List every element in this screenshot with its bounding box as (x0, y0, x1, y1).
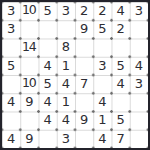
grid-cell-empty[interactable] (20, 112, 38, 130)
grid-cell-clue: 2 (75, 2, 93, 20)
puzzle-board: 3105322433952148541354105474349414449154… (0, 0, 150, 150)
grid-cell-clue: 4 (57, 75, 75, 93)
grid-cell-empty[interactable] (2, 112, 20, 130)
grid-cell-clue: 4 (112, 2, 130, 20)
grid-cell-empty[interactable] (57, 20, 75, 38)
grid-cell-clue: 4 (39, 93, 57, 111)
grid-cell-clue: 4 (93, 93, 111, 111)
grid-cell-clue: 4 (130, 57, 148, 75)
grid-cell-clue: 1 (93, 112, 111, 130)
grid-cell-clue: 14 (20, 39, 38, 57)
grid-cell-clue: 3 (2, 20, 20, 38)
grid-cell-clue: 3 (57, 130, 75, 148)
grid-cell-clue: 4 (39, 57, 57, 75)
grid-cell-clue: 5 (39, 75, 57, 93)
grid-cell-clue: 9 (75, 112, 93, 130)
grid-cell-clue: 2 (112, 20, 130, 38)
grid-cell-empty[interactable] (75, 57, 93, 75)
grid-cell-empty[interactable] (2, 39, 20, 57)
grid-cell-clue: 4 (57, 112, 75, 130)
grid-cell-empty[interactable] (130, 112, 148, 130)
grid-cell-clue: 4 (39, 112, 57, 130)
grid-cell-clue: 7 (112, 130, 130, 148)
grid-cell-empty[interactable] (2, 75, 20, 93)
grid-cell-clue: 5 (112, 112, 130, 130)
grid-cell-clue: 4 (93, 130, 111, 148)
grid-cell-clue: 3 (130, 75, 148, 93)
grid-cell-empty[interactable] (20, 57, 38, 75)
grid-cell-empty[interactable] (130, 20, 148, 38)
grid-cell-empty[interactable] (20, 20, 38, 38)
grid-cell-empty[interactable] (93, 75, 111, 93)
grid-cell-clue: 3 (130, 2, 148, 20)
grid-cell-clue: 5 (2, 57, 20, 75)
grid-cell-clue: 9 (20, 130, 38, 148)
grid-cell-empty[interactable] (39, 39, 57, 57)
grid-cell-empty[interactable] (39, 20, 57, 38)
grid-cell-empty[interactable] (130, 93, 148, 111)
grid-cell-clue: 5 (39, 2, 57, 20)
grid-cell-clue: 3 (93, 57, 111, 75)
grid-cell-clue: 2 (93, 2, 111, 20)
grid-cell-empty[interactable] (93, 39, 111, 57)
grid-cell-clue: 3 (57, 2, 75, 20)
grid-cell-empty[interactable] (39, 130, 57, 148)
grid-cell-clue: 9 (75, 20, 93, 38)
grid-cell-clue: 7 (75, 75, 93, 93)
grid-cell-empty[interactable] (75, 93, 93, 111)
grid-cell-clue: 9 (20, 93, 38, 111)
grid-cell-clue: 4 (2, 93, 20, 111)
grid-cell-clue: 5 (93, 20, 111, 38)
grid-cell-empty[interactable] (75, 39, 93, 57)
grid-cell-empty[interactable] (75, 130, 93, 148)
grid-cell-clue: 3 (2, 2, 20, 20)
puzzle-page: 3105322433952148541354105474349414449154… (0, 0, 150, 150)
grid-cell-clue: 4 (2, 130, 20, 148)
grid-cell-clue: 1 (57, 57, 75, 75)
grid-cell-empty[interactable] (112, 93, 130, 111)
grid-cell-empty[interactable] (130, 39, 148, 57)
grid-cell-empty[interactable] (112, 39, 130, 57)
grid-cell-clue: 1 (57, 93, 75, 111)
grid-cell-clue: 5 (112, 57, 130, 75)
grid-cell-clue: 10 (20, 2, 38, 20)
grid-cell-clue: 4 (112, 75, 130, 93)
grid-cell-empty[interactable] (130, 130, 148, 148)
grid-cell-clue: 10 (20, 75, 38, 93)
grid-cell-clue: 8 (57, 39, 75, 57)
